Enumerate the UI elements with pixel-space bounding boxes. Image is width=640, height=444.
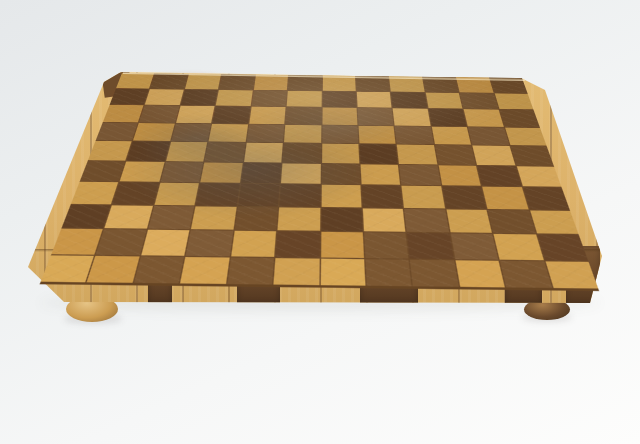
board-square-r6c2 [120,161,164,182]
board-square-r7c10 [442,186,486,208]
board-square-r10c7 [320,258,365,286]
board-square-r3c4 [213,106,251,123]
board-square-r7c3 [154,183,199,205]
board-square-r2c9 [391,92,427,108]
board-square-r1c3 [185,74,221,89]
board-square-r6c8 [360,164,400,185]
board-square-r6c7 [321,163,360,184]
board-top-surface [119,73,522,314]
board-square-r9c3 [141,230,190,256]
board-square-r10c11 [500,260,552,288]
board-square-r8c7 [321,207,363,231]
board-square-r4c4 [209,124,248,142]
board-square-r8c4 [191,206,236,230]
board-square-r8c12 [530,210,579,234]
board-square-r5c3 [166,142,208,161]
board-square-r3c1 [103,105,144,122]
board-square-r5c11 [472,145,514,165]
board-square-r9c11 [494,234,543,260]
board-square-r4c10 [432,126,472,144]
board-square-r10c5 [227,257,274,285]
board-square-r5c6 [283,143,321,162]
board-square-r4c6 [284,125,321,143]
board-square-r3c11 [464,109,503,126]
board-square-r3c3 [176,106,215,123]
board-square-r2c4 [216,90,252,106]
board-square-r5c12 [510,146,553,166]
board-square-r6c9 [399,164,440,185]
board-square-r7c7 [321,185,361,207]
board-square-r10c2 [87,255,139,283]
board-square-r5c4 [205,142,245,161]
board-square-r3c8 [358,108,394,125]
board-square-r9c12 [537,234,588,260]
board-square-r2c12 [494,93,533,109]
board-square-r4c8 [358,125,395,143]
board-square-r2c5 [251,90,287,106]
board-square-r1c5 [254,75,288,90]
board-square-r5c9 [397,145,437,164]
photo-backdrop [0,0,640,444]
board-square-r2c8 [357,91,392,107]
board-square-r2c10 [425,92,462,108]
board-square-r7c9 [402,186,445,208]
board-square-r9c1 [52,229,104,255]
board-square-r9c6 [276,231,320,257]
board-square-r8c11 [488,209,535,233]
board-square-r9c9 [407,233,453,259]
board-square-r8c8 [363,208,406,232]
board-square-r4c7 [322,125,359,143]
board-square-r3c2 [140,105,180,122]
board-square-r2c1 [110,88,149,104]
board-square-r5c1 [88,141,132,160]
board-square-r4c3 [171,123,211,141]
board-square-r6c4 [201,162,243,183]
checkerboard-grid [40,73,600,291]
board-square-r6c3 [160,162,203,183]
board-square-r1c4 [219,74,254,89]
board-square-r5c10 [435,145,476,164]
board-square-r5c2 [127,141,170,160]
board-square-r2c3 [181,89,219,105]
board-square-r1c1 [116,73,154,88]
board-square-r3c7 [322,107,357,124]
board-square-r3c10 [428,109,466,126]
board-square-r4c12 [505,127,547,145]
board-square-r2c11 [460,93,498,109]
board-square-r3c5 [249,107,286,124]
board-square-r9c7 [320,232,363,258]
board-square-r10c4 [180,256,229,284]
board-square-r8c6 [278,207,320,231]
board-square-r10c1 [41,255,95,283]
board-square-r10c3 [134,256,185,284]
board-square-r4c9 [395,126,434,144]
board-square-r7c5 [238,184,280,206]
board-square-r9c10 [450,233,498,259]
board-square-r7c4 [196,183,239,205]
board-square-r3c6 [285,107,321,124]
board-square-r7c6 [279,184,320,206]
board-square-r7c11 [482,187,528,209]
board-square-r6c5 [241,163,282,184]
board-square-r7c12 [523,187,570,209]
board-square-r6c6 [281,163,320,184]
board-square-r4c11 [468,127,509,145]
board-square-r2c2 [145,89,183,105]
board-square-r2c7 [322,91,356,107]
board-square-r6c10 [438,165,481,186]
board-square-r7c8 [362,185,404,207]
board-square-r8c3 [148,205,195,229]
board-square-r4c2 [133,123,174,141]
board-square-r6c12 [516,166,561,187]
board-square-r8c2 [105,205,153,229]
board-square-r1c2 [151,73,188,88]
board-square-r2c6 [287,91,322,107]
board-square-r4c1 [96,122,138,140]
board-square-r8c10 [446,209,492,233]
board-square-r10c9 [410,259,458,287]
board-square-r8c1 [62,204,111,228]
board-square-r5c8 [359,144,398,163]
board-square-r4c5 [246,124,284,142]
board-square-r9c2 [96,229,146,255]
board-square-r7c1 [71,182,118,204]
board-square-r10c6 [274,258,320,286]
board-square-r8c5 [234,206,278,230]
board-square-r10c10 [455,260,505,288]
board-square-r9c5 [231,231,276,257]
board-square-r7c2 [113,182,159,204]
board-square-r5c7 [322,144,360,163]
board-square-r9c4 [186,230,233,256]
board-square-r5c5 [244,143,283,162]
board-square-r6c1 [80,161,126,182]
board-square-r6c11 [477,165,521,186]
board-square-r8c9 [404,208,449,232]
board-square-r10c8 [365,259,412,287]
board-square-r3c12 [499,110,539,127]
board-square-r9c8 [364,232,409,258]
board-square-r3c9 [393,108,430,125]
